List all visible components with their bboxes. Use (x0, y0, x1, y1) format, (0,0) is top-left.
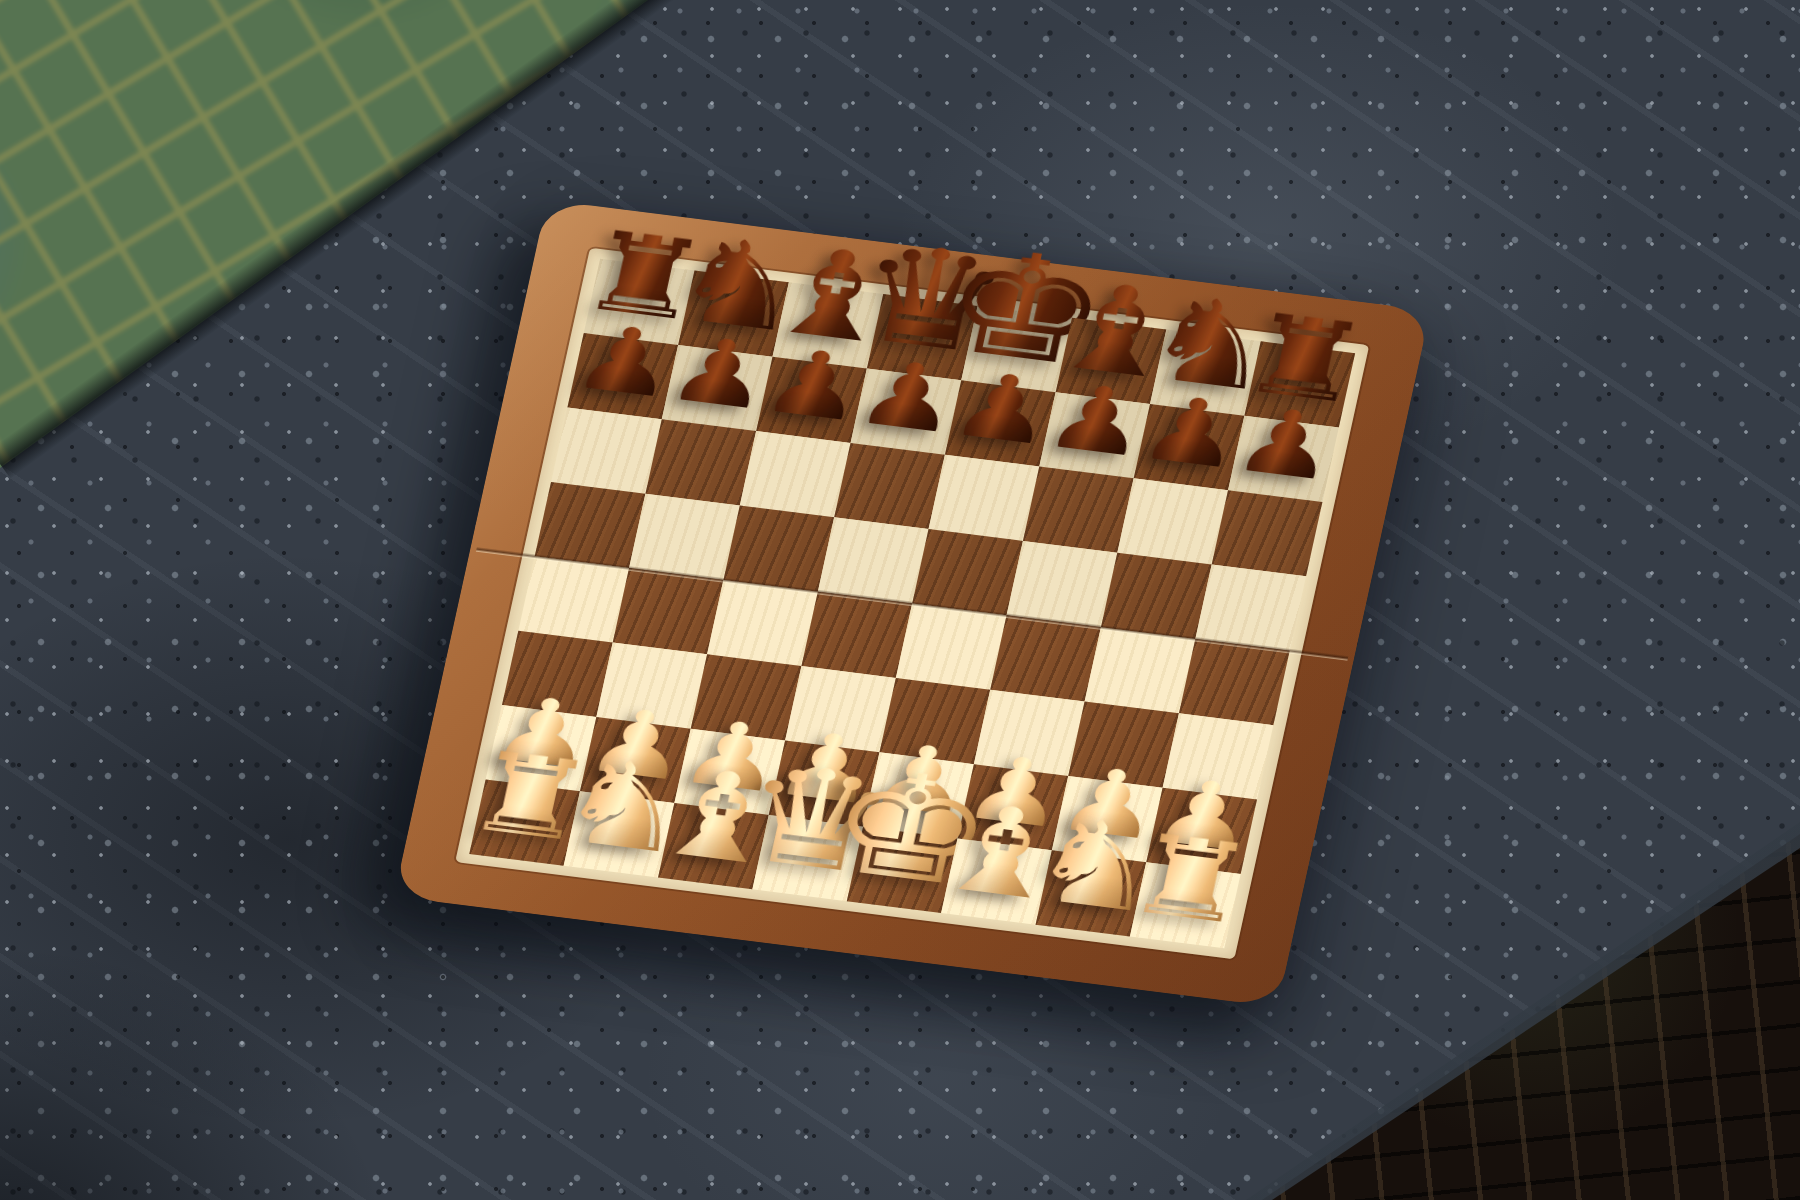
square-b4[interactable] (613, 568, 724, 654)
square-b6[interactable] (645, 419, 756, 505)
white-rook-h1[interactable]: ♜ (1118, 821, 1263, 939)
square-a5[interactable] (535, 482, 646, 568)
piece-anchor: ♟ (1042, 455, 1136, 467)
piece-anchor: ♟ (759, 420, 853, 432)
piece-anchor: ♟ (1230, 479, 1324, 491)
square-f4[interactable] (990, 615, 1101, 701)
square-d6[interactable] (834, 443, 945, 529)
piece-anchor: ♟ (1136, 467, 1230, 479)
square-e6[interactable] (929, 455, 1040, 541)
square-c5[interactable] (723, 506, 834, 592)
scene: ♜♞♝♛♚♝♞♜♟♟♟♟♟♟♟♟♟♟♟♟♟♟♟♟♜♞♝♛♚♝♞♜ (0, 0, 1800, 1200)
piece-anchor: ♟ (664, 408, 758, 420)
square-f6[interactable] (1023, 467, 1134, 553)
piece-anchor: ♟ (947, 444, 1041, 456)
square-h1[interactable]: ♜ (1130, 862, 1241, 948)
square-f5[interactable] (1007, 541, 1118, 627)
square-c4[interactable] (707, 580, 818, 666)
square-h5[interactable] (1195, 565, 1306, 651)
piece-anchor: ♜ (1132, 925, 1226, 937)
chess-board-grid: ♜♞♝♛♚♝♞♜♟♟♟♟♟♟♟♟♟♟♟♟♟♟♟♟♜♞♝♛♚♝♞♜ (469, 259, 1355, 949)
square-h4[interactable] (1179, 639, 1290, 725)
piece-anchor: ♟ (853, 432, 947, 444)
square-d5[interactable] (818, 517, 929, 603)
square-g4[interactable] (1085, 627, 1196, 713)
chess-board: ♜♞♝♛♚♝♞♜♟♟♟♟♟♟♟♟♟♟♟♟♟♟♟♟♜♞♝♛♚♝♞♜ (394, 200, 1431, 1007)
square-c6[interactable] (740, 431, 851, 517)
square-h7[interactable]: ♟ (1228, 416, 1339, 502)
square-e4[interactable] (896, 604, 1007, 690)
corner-shadow (0, 920, 420, 1200)
square-g5[interactable] (1101, 553, 1212, 639)
square-d4[interactable] (801, 592, 912, 678)
square-e5[interactable] (912, 529, 1023, 615)
square-a6[interactable] (551, 407, 662, 493)
square-b5[interactable] (629, 494, 740, 580)
square-h6[interactable] (1212, 490, 1323, 576)
square-g6[interactable] (1117, 478, 1228, 564)
square-a4[interactable] (518, 556, 629, 642)
piece-anchor: ♟ (570, 396, 664, 408)
black-pawn-h7[interactable]: ♟ (1227, 394, 1346, 491)
board-inner-margin: ♜♞♝♛♚♝♞♜♟♟♟♟♟♟♟♟♟♟♟♟♟♟♟♟♜♞♝♛♚♝♞♜ (455, 248, 1369, 960)
